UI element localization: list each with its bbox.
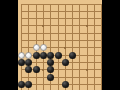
go-board[interactable]	[18, 0, 102, 90]
grid-horizontal-line	[21, 33, 102, 34]
grid-horizontal-line	[21, 25, 102, 26]
black-stone[interactable]	[25, 81, 32, 88]
app-screen	[0, 0, 120, 90]
letterbox-left	[0, 0, 18, 90]
white-stone[interactable]	[25, 52, 32, 59]
black-stone[interactable]	[62, 59, 69, 66]
black-stone[interactable]	[33, 66, 40, 73]
white-stone[interactable]	[40, 44, 47, 51]
black-stone[interactable]	[25, 59, 32, 66]
star-point	[86, 25, 88, 27]
black-stone[interactable]	[40, 52, 47, 59]
black-stone[interactable]	[55, 52, 62, 59]
grid-horizontal-line	[21, 40, 102, 41]
grid-horizontal-line	[21, 11, 102, 12]
black-stone[interactable]	[18, 59, 25, 66]
black-stone[interactable]	[69, 52, 76, 59]
white-stone[interactable]	[18, 52, 25, 59]
white-stone[interactable]	[33, 44, 40, 51]
black-stone[interactable]	[33, 52, 40, 59]
black-stone[interactable]	[18, 81, 25, 88]
star-point	[86, 69, 88, 71]
grid-horizontal-line	[21, 4, 102, 5]
black-stone[interactable]	[47, 59, 54, 66]
black-stone[interactable]	[62, 81, 69, 88]
black-stone[interactable]	[47, 52, 54, 59]
grid-horizontal-line	[21, 77, 102, 78]
black-stone[interactable]	[47, 74, 54, 81]
black-stone[interactable]	[25, 66, 32, 73]
black-stone[interactable]	[47, 66, 54, 73]
star-point	[64, 47, 66, 49]
letterbox-right	[102, 0, 120, 90]
grid-horizontal-line	[21, 18, 102, 19]
